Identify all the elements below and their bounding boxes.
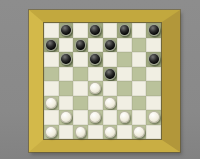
square-b5	[59, 67, 74, 82]
square-d1	[88, 125, 103, 140]
square-g4	[132, 81, 147, 96]
square-f6[interactable]	[117, 52, 132, 67]
square-d7	[88, 38, 103, 53]
square-h3	[146, 96, 161, 111]
square-f3	[117, 96, 132, 111]
square-e5[interactable]	[103, 67, 118, 82]
square-a1[interactable]	[44, 125, 59, 140]
square-d2[interactable]	[88, 110, 103, 125]
black-piece[interactable]	[60, 24, 72, 36]
square-d4[interactable]	[88, 81, 103, 96]
square-g2	[132, 110, 147, 125]
square-d8[interactable]	[88, 23, 103, 38]
square-h4[interactable]	[146, 81, 161, 96]
square-g8	[132, 23, 147, 38]
square-b2[interactable]	[59, 110, 74, 125]
black-piece[interactable]	[104, 68, 116, 80]
square-e3[interactable]	[103, 96, 118, 111]
black-piece[interactable]	[89, 53, 101, 65]
board-frame	[29, 10, 180, 152]
white-piece[interactable]	[119, 111, 131, 123]
square-f7	[117, 38, 132, 53]
square-h5	[146, 67, 161, 82]
square-b8[interactable]	[59, 23, 74, 38]
square-h2[interactable]	[146, 110, 161, 125]
square-e1[interactable]	[103, 125, 118, 140]
white-piece[interactable]	[104, 126, 116, 138]
square-a7[interactable]	[44, 38, 59, 53]
square-g5[interactable]	[132, 67, 147, 82]
square-g3[interactable]	[132, 96, 147, 111]
white-piece[interactable]	[104, 97, 116, 109]
square-c6	[73, 52, 88, 67]
square-a3[interactable]	[44, 96, 59, 111]
white-piece[interactable]	[89, 111, 101, 123]
white-piece[interactable]	[148, 111, 160, 123]
square-c3[interactable]	[73, 96, 88, 111]
black-piece[interactable]	[104, 39, 116, 51]
square-c2	[73, 110, 88, 125]
square-g7[interactable]	[132, 38, 147, 53]
square-h1	[146, 125, 161, 140]
square-c8	[73, 23, 88, 38]
square-c4	[73, 81, 88, 96]
square-a8	[44, 23, 59, 38]
square-g6	[132, 52, 147, 67]
square-a6	[44, 52, 59, 67]
square-c5[interactable]	[73, 67, 88, 82]
white-piece[interactable]	[89, 82, 101, 94]
square-g1[interactable]	[132, 125, 147, 140]
white-piece[interactable]	[45, 126, 57, 138]
photo-background	[0, 0, 200, 159]
square-e7[interactable]	[103, 38, 118, 53]
black-piece[interactable]	[89, 24, 101, 36]
black-piece[interactable]	[75, 39, 87, 51]
square-b4[interactable]	[59, 81, 74, 96]
square-a5[interactable]	[44, 67, 59, 82]
square-d3	[88, 96, 103, 111]
square-b7	[59, 38, 74, 53]
black-piece[interactable]	[119, 24, 131, 36]
square-b6[interactable]	[59, 52, 74, 67]
square-f4[interactable]	[117, 81, 132, 96]
black-piece[interactable]	[60, 53, 72, 65]
white-piece[interactable]	[45, 97, 57, 109]
square-b1	[59, 125, 74, 140]
square-h6[interactable]	[146, 52, 161, 67]
square-c7[interactable]	[73, 38, 88, 53]
square-a4	[44, 81, 59, 96]
square-h7	[146, 38, 161, 53]
square-e6	[103, 52, 118, 67]
square-f2[interactable]	[117, 110, 132, 125]
white-piece[interactable]	[133, 126, 145, 138]
square-e4	[103, 81, 118, 96]
square-c1[interactable]	[73, 125, 88, 140]
square-d6[interactable]	[88, 52, 103, 67]
black-piece[interactable]	[148, 24, 160, 36]
square-b3	[59, 96, 74, 111]
square-f1	[117, 125, 132, 140]
black-piece[interactable]	[45, 39, 57, 51]
square-f8[interactable]	[117, 23, 132, 38]
board	[44, 23, 161, 139]
white-piece[interactable]	[75, 126, 87, 138]
black-piece[interactable]	[148, 53, 160, 65]
square-e2	[103, 110, 118, 125]
square-a2	[44, 110, 59, 125]
square-f5	[117, 67, 132, 82]
square-d5	[88, 67, 103, 82]
square-h8[interactable]	[146, 23, 161, 38]
white-piece[interactable]	[60, 111, 72, 123]
square-e8	[103, 23, 118, 38]
